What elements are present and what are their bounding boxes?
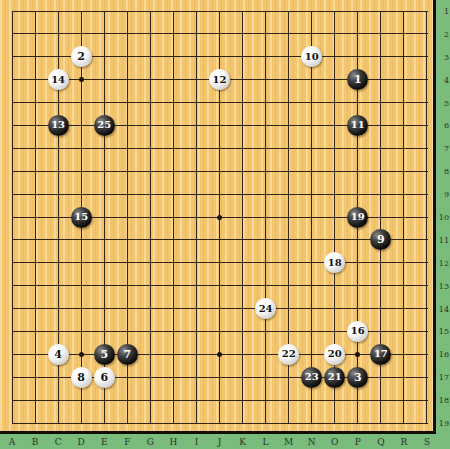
grid-line-vertical bbox=[35, 11, 36, 424]
grid-line-vertical bbox=[173, 11, 174, 424]
grid-line-horizontal bbox=[12, 262, 428, 263]
column-label: D bbox=[71, 436, 91, 449]
column-label: S bbox=[417, 436, 437, 449]
grid-line-horizontal bbox=[12, 33, 428, 34]
stone-white-2: 2 bbox=[71, 46, 92, 67]
grid-line-horizontal bbox=[12, 148, 428, 149]
row-label: 16 bbox=[436, 349, 449, 360]
stone-white-14: 14 bbox=[48, 69, 69, 90]
stone-white-4: 4 bbox=[48, 344, 69, 365]
column-label: K bbox=[233, 436, 253, 449]
column-label: M bbox=[279, 436, 299, 449]
row-label: 18 bbox=[436, 395, 449, 406]
grid-line-vertical bbox=[311, 11, 312, 424]
stone-black-13: 13 bbox=[48, 115, 69, 136]
stone-white-18: 18 bbox=[324, 252, 345, 273]
row-label: 12 bbox=[436, 258, 449, 269]
column-label: B bbox=[25, 436, 45, 449]
stone-white-16: 16 bbox=[347, 321, 368, 342]
grid-line-horizontal bbox=[12, 423, 428, 424]
column-label: E bbox=[94, 436, 114, 449]
grid-line-horizontal bbox=[12, 194, 428, 195]
stone-white-12: 12 bbox=[209, 69, 230, 90]
grid-line-vertical bbox=[196, 11, 197, 424]
stone-white-6: 6 bbox=[94, 367, 115, 388]
stone-black-1: 1 bbox=[347, 69, 368, 90]
stone-white-20: 20 bbox=[324, 344, 345, 365]
grid-line-vertical bbox=[242, 11, 243, 424]
star-point bbox=[217, 215, 222, 220]
grid-line-vertical bbox=[150, 11, 151, 424]
stone-black-19: 19 bbox=[347, 207, 368, 228]
column-label: R bbox=[394, 436, 414, 449]
row-label: 5 bbox=[436, 98, 449, 109]
column-label: I bbox=[186, 436, 206, 449]
stone-white-22: 22 bbox=[278, 344, 299, 365]
go-board[interactable]: 1234567891011121314151617181920212223242… bbox=[0, 0, 436, 434]
row-label: 6 bbox=[436, 120, 449, 131]
star-point bbox=[79, 77, 84, 82]
stone-black-21: 21 bbox=[324, 367, 345, 388]
grid-line-horizontal bbox=[12, 11, 428, 12]
row-label: 4 bbox=[436, 75, 449, 86]
grid-line-horizontal bbox=[12, 308, 428, 309]
go-diagram: 1234567891011121314151617181920212223242… bbox=[0, 0, 450, 449]
stone-black-25: 25 bbox=[94, 115, 115, 136]
row-label: 2 bbox=[436, 29, 449, 40]
stone-black-5: 5 bbox=[94, 344, 115, 365]
column-label: L bbox=[256, 436, 276, 449]
stone-white-8: 8 bbox=[71, 367, 92, 388]
star-point bbox=[79, 352, 84, 357]
grid-line-horizontal bbox=[12, 239, 428, 240]
grid-line-vertical bbox=[426, 11, 427, 424]
grid-line-vertical bbox=[265, 11, 266, 424]
column-label: A bbox=[2, 436, 22, 449]
stone-black-15: 15 bbox=[71, 207, 92, 228]
row-label: 11 bbox=[436, 235, 449, 246]
column-label: G bbox=[140, 436, 160, 449]
grid-line-vertical bbox=[403, 11, 404, 424]
stone-white-10: 10 bbox=[301, 46, 322, 67]
row-label: 7 bbox=[436, 143, 449, 154]
stone-black-17: 17 bbox=[370, 344, 391, 365]
column-label: C bbox=[48, 436, 68, 449]
grid-line-horizontal bbox=[12, 400, 428, 401]
star-point bbox=[355, 352, 360, 357]
column-label: O bbox=[325, 436, 345, 449]
row-label: 17 bbox=[436, 372, 449, 383]
grid-line-vertical bbox=[12, 11, 13, 424]
row-label: 1 bbox=[436, 6, 449, 17]
row-label: 15 bbox=[436, 326, 449, 337]
grid-line-horizontal bbox=[12, 285, 428, 286]
grid-line-horizontal bbox=[12, 102, 428, 103]
column-label: H bbox=[163, 436, 183, 449]
column-label: Q bbox=[371, 436, 391, 449]
stone-white-24: 24 bbox=[255, 298, 276, 319]
row-label: 13 bbox=[436, 281, 449, 292]
stone-black-3: 3 bbox=[347, 367, 368, 388]
column-label: F bbox=[117, 436, 137, 449]
column-label: N bbox=[302, 436, 322, 449]
column-label: P bbox=[348, 436, 368, 449]
stone-black-11: 11 bbox=[347, 115, 368, 136]
row-label: 9 bbox=[436, 189, 449, 200]
stone-black-23: 23 bbox=[301, 367, 322, 388]
stone-black-9: 9 bbox=[370, 229, 391, 250]
row-label: 19 bbox=[436, 418, 449, 429]
row-label: 10 bbox=[436, 212, 449, 223]
row-label: 8 bbox=[436, 166, 449, 177]
grid-line-horizontal bbox=[12, 171, 428, 172]
row-label: 14 bbox=[436, 304, 449, 315]
row-label: 3 bbox=[436, 52, 449, 63]
stone-black-7: 7 bbox=[117, 344, 138, 365]
column-label: J bbox=[209, 436, 229, 449]
star-point bbox=[217, 352, 222, 357]
